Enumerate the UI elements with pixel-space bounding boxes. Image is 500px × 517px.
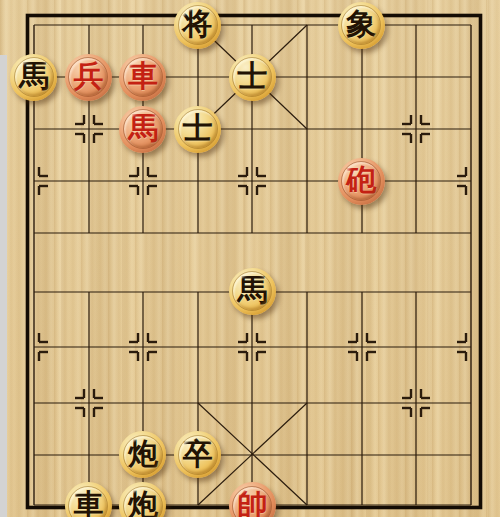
piece-glyph: 卒 — [183, 439, 213, 469]
piece-glyph: 士 — [183, 113, 213, 143]
piece-black-chariot[interactable]: 車 — [65, 482, 112, 517]
piece-black-horse[interactable]: 馬 — [229, 268, 276, 315]
piece-glyph: 士 — [237, 61, 267, 91]
piece-black-cannon[interactable]: 炮 — [119, 482, 166, 517]
piece-black-advisor[interactable]: 士 — [229, 54, 276, 101]
piece-glyph: 砲 — [346, 165, 376, 195]
piece-glyph: 兵 — [73, 61, 103, 91]
piece-glyph: 将 — [183, 9, 213, 39]
piece-black-cannon[interactable]: 炮 — [119, 431, 166, 478]
piece-glyph: 馬 — [237, 275, 267, 305]
piece-glyph: 炮 — [128, 490, 158, 517]
piece-black-general[interactable]: 将 — [174, 2, 221, 49]
piece-glyph: 炮 — [128, 439, 158, 469]
window-edge-strip — [0, 55, 7, 517]
piece-black-elephant[interactable]: 象 — [338, 2, 385, 49]
piece-glyph: 車 — [128, 61, 158, 91]
xiangqi-board[interactable]: 将象馬兵車士馬士砲馬炮卒車炮帥 — [7, 0, 498, 517]
piece-black-horse[interactable]: 馬 — [10, 54, 57, 101]
piece-glyph: 馬 — [128, 113, 158, 143]
piece-black-advisor[interactable]: 士 — [174, 106, 221, 153]
piece-glyph: 馬 — [19, 61, 49, 91]
piece-black-soldier[interactable]: 卒 — [174, 431, 221, 478]
piece-red-chariot[interactable]: 車 — [119, 54, 166, 101]
piece-glyph: 車 — [73, 490, 103, 517]
piece-red-general[interactable]: 帥 — [229, 482, 276, 517]
piece-glyph: 象 — [346, 9, 376, 39]
piece-red-cannon[interactable]: 砲 — [338, 158, 385, 205]
piece-red-horse[interactable]: 馬 — [119, 106, 166, 153]
piece-red-soldier[interactable]: 兵 — [65, 54, 112, 101]
piece-glyph: 帥 — [237, 490, 267, 517]
